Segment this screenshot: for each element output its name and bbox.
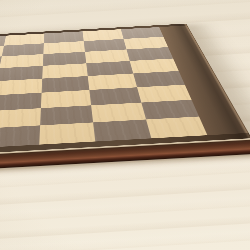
chessboard-photo: [0, 0, 250, 250]
chessboard: [0, 24, 250, 168]
board-perspective-wrapper: [0, 0, 250, 250]
square-r8c7[interactable]: [93, 119, 151, 141]
board-3d-scene: [0, 0, 250, 250]
square-r8c6[interactable]: [39, 122, 95, 144]
square-r8c5[interactable]: [0, 125, 40, 147]
square-r8c8[interactable]: [146, 117, 207, 139]
